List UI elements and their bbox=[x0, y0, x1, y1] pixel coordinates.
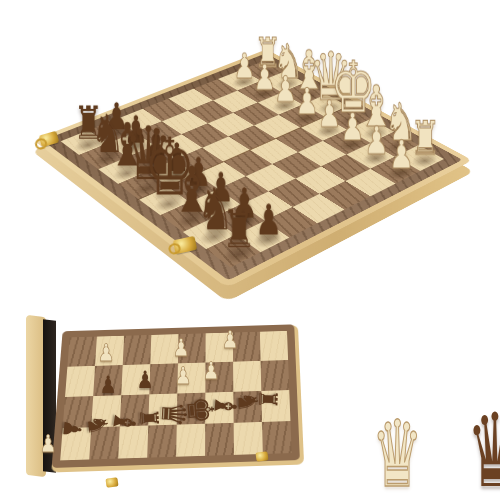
square bbox=[120, 394, 150, 426]
square bbox=[234, 422, 263, 455]
square bbox=[147, 425, 177, 458]
square bbox=[176, 424, 205, 457]
dark-queen: ♛ bbox=[466, 404, 500, 498]
square bbox=[93, 365, 123, 396]
square bbox=[177, 363, 205, 394]
square bbox=[261, 390, 290, 422]
folded-board-face bbox=[52, 324, 300, 468]
square bbox=[233, 391, 262, 423]
light-queen: ♛ bbox=[372, 413, 423, 498]
brass-latch-icon bbox=[255, 451, 268, 462]
queen-pair-photo: ♛ ♛ bbox=[396, 376, 500, 498]
square bbox=[261, 360, 290, 391]
square bbox=[60, 427, 91, 460]
square bbox=[177, 393, 206, 425]
square bbox=[121, 364, 150, 395]
square bbox=[123, 335, 152, 365]
square bbox=[91, 395, 121, 427]
square bbox=[149, 363, 178, 394]
folded-grid bbox=[60, 331, 291, 460]
folded-board-photo: ♟♟♟♟♟♟♟♟♞♝♜♛♚♝♞♜♟ bbox=[10, 296, 310, 500]
square bbox=[118, 426, 148, 459]
square bbox=[67, 337, 96, 367]
square bbox=[205, 423, 234, 456]
square bbox=[95, 336, 124, 366]
open-board-photo: ♜♟♟♜♞♟♟♞♝♟♟♝♛♟♟♛♚♟♟♚♝♟♟♝♞♟♟♞♜♟♟♜ bbox=[0, 0, 500, 296]
chess-board: ♜♟♟♜♞♟♟♞♝♟♟♝♛♟♟♛♚♟♟♚♝♟♟♝♞♟♟♞♜♟♟♜ bbox=[33, 49, 473, 288]
square bbox=[89, 426, 120, 459]
square bbox=[178, 333, 206, 363]
square bbox=[260, 331, 288, 361]
square bbox=[262, 421, 292, 454]
light-pawn: ♟ bbox=[364, 136, 438, 173]
square bbox=[150, 334, 178, 364]
square bbox=[63, 396, 93, 428]
square bbox=[206, 333, 234, 363]
product-photo-canvas: ♜♟♟♜♞♟♟♞♝♟♟♝♛♟♟♛♚♟♟♚♝♟♟♝♞♟♟♞♜♟♟♜ ♟♟♟♟♟♟♟… bbox=[0, 0, 500, 500]
square bbox=[205, 392, 233, 424]
dark-rook: ♜ bbox=[198, 205, 280, 255]
brass-latch-icon bbox=[105, 477, 118, 488]
square bbox=[205, 362, 233, 393]
square bbox=[65, 366, 95, 397]
square bbox=[233, 361, 261, 392]
square bbox=[233, 332, 261, 362]
square bbox=[148, 394, 177, 426]
